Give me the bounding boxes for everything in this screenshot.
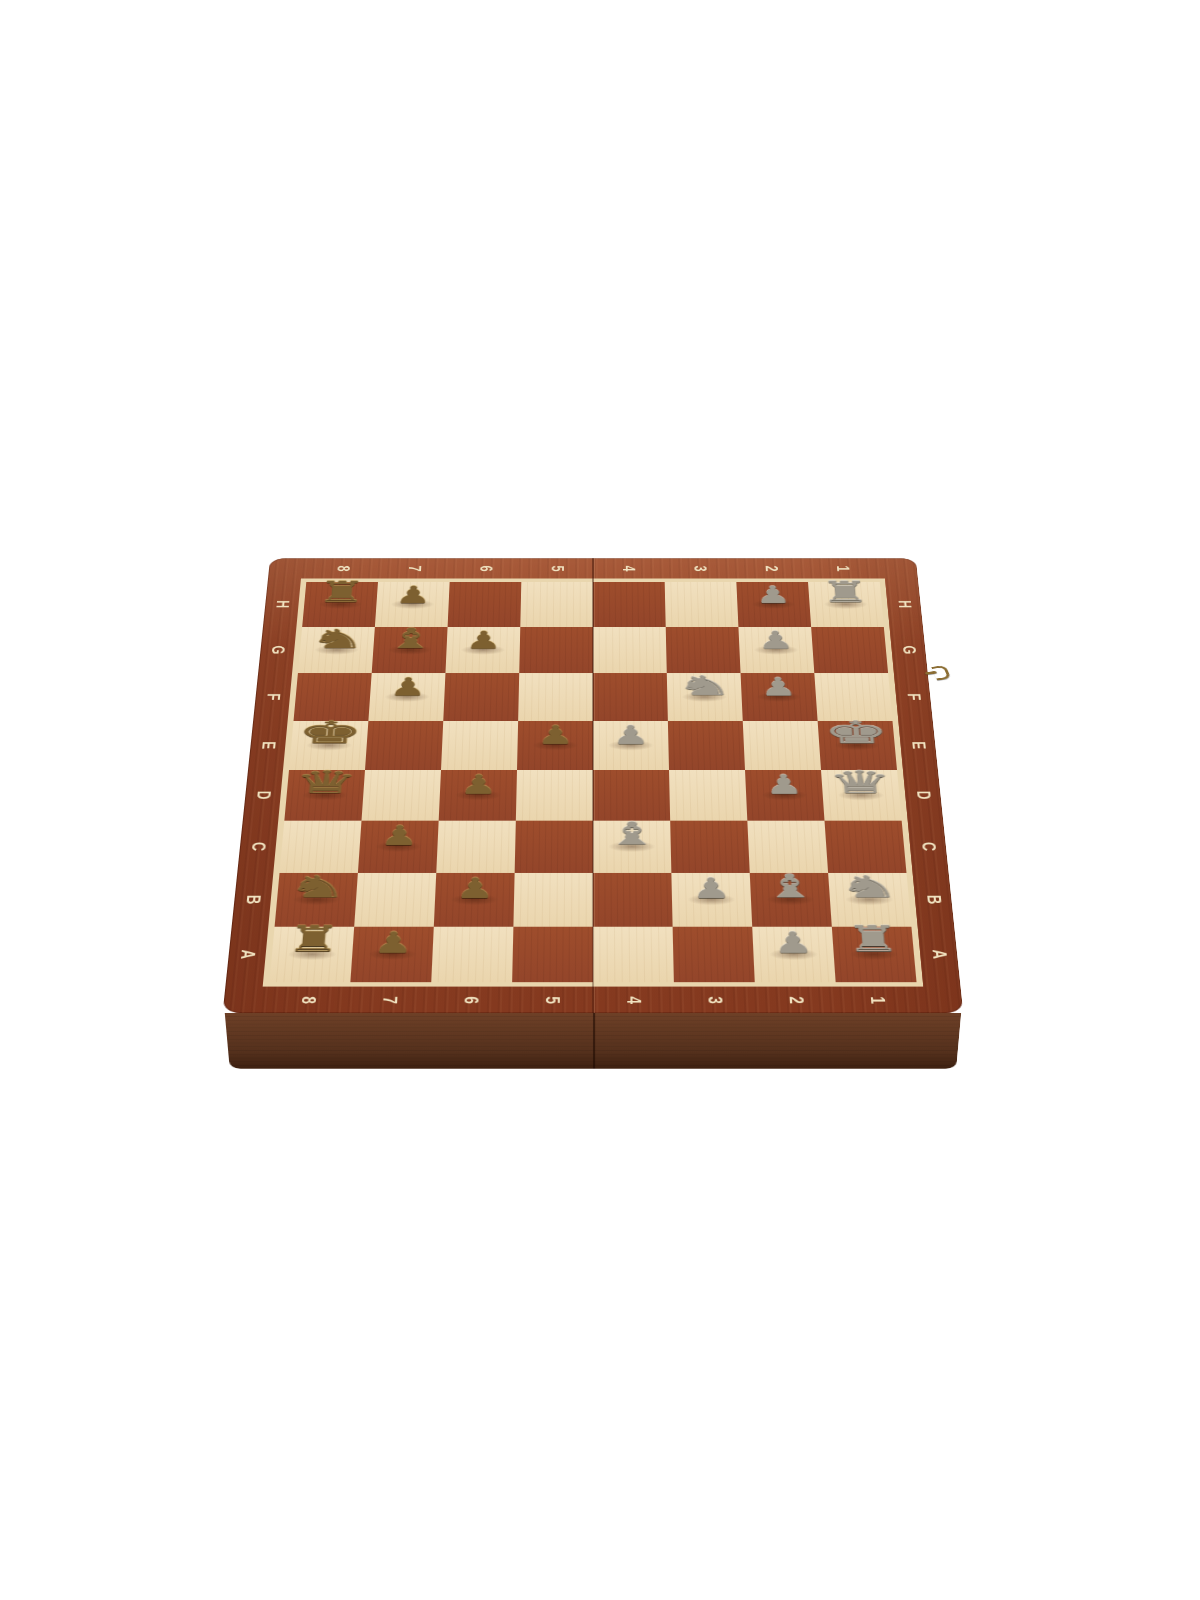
chess-board: HGFEDCBAHGFEDCBA8765432187654321 ♜♞♛♚♞♜♟… [223,558,964,1013]
square-c8 [280,821,362,873]
square-f5 [518,673,593,721]
square-f6 [443,673,519,721]
file-label-left-H: H [273,600,291,608]
white-pawn-glyph: ♟ [759,674,797,699]
square-c6 [436,821,516,873]
file-label-right-H: H [895,600,913,608]
square-a3 [673,927,755,983]
black-pawn-glyph: ♟ [465,628,502,652]
square-d7 [362,770,441,821]
square-h5 [520,582,593,627]
square-d5 [516,770,593,821]
square-c4 [593,821,671,873]
file-label-right-E: E [909,741,928,749]
rank-label-top-1: 1 [834,565,851,571]
square-e3 [668,721,745,770]
file-label-left-G: G [268,646,286,655]
square-d3 [669,770,747,821]
front-fold-seam [593,1013,595,1069]
rank-label-top-6: 6 [477,565,494,571]
black-bishop-glyph: ♝ [385,624,435,652]
rank-label-top-7: 7 [406,565,423,571]
square-g3 [666,627,741,673]
square-e2 [743,721,821,770]
square-c5 [515,821,593,873]
rank-label-top-2: 2 [763,565,780,571]
square-h3 [665,582,739,627]
rank-label-top-3: 3 [691,565,708,571]
black-king-glyph: ♚ [296,717,364,748]
black-knight-glyph: ♞ [308,626,367,652]
photo-scene: HGFEDCBAHGFEDCBA8765432187654321 ♜♞♛♚♞♜♟… [0,0,1200,1600]
square-h4 [593,582,666,627]
white-knight-glyph: ♞ [675,672,734,699]
black-pawn-glyph: ♟ [395,583,432,607]
white-pawn-glyph: ♟ [755,583,792,607]
white-pawn-glyph: ♟ [612,722,649,748]
square-e7 [365,721,443,770]
square-a2 [752,927,835,983]
rank-label-top-5: 5 [549,565,566,571]
square-g4 [593,627,667,673]
square-d4 [593,770,670,821]
file-label-left-E: E [259,741,278,749]
black-rook-glyph: ♜ [316,577,367,606]
square-a6 [431,927,513,983]
square-a1 [832,927,917,983]
file-label-left-F: F [264,693,282,700]
square-f4 [593,673,668,721]
file-label-right-F: F [904,693,922,700]
square-a4 [593,927,674,983]
black-pawn-glyph: ♟ [537,722,574,748]
square-c7 [358,821,439,873]
square-a7 [350,927,433,983]
square-e6 [441,721,518,770]
square-c2 [747,821,828,873]
square-c1 [824,821,906,873]
square-a5 [512,927,593,983]
white-king-glyph: ♚ [822,717,890,748]
rank-label-top-4: 4 [620,565,637,571]
white-pawn-glyph: ♟ [757,628,794,652]
file-label-right-G: G [900,646,918,655]
board-front-edge [225,1013,961,1069]
square-a8 [269,927,354,983]
square-g1 [811,627,888,673]
square-c3 [670,821,750,873]
rank-label-top-8: 8 [335,565,352,571]
square-g5 [519,627,593,673]
square-h6 [448,582,522,627]
black-pawn-glyph: ♟ [389,674,427,699]
white-rook-glyph: ♜ [819,577,870,606]
